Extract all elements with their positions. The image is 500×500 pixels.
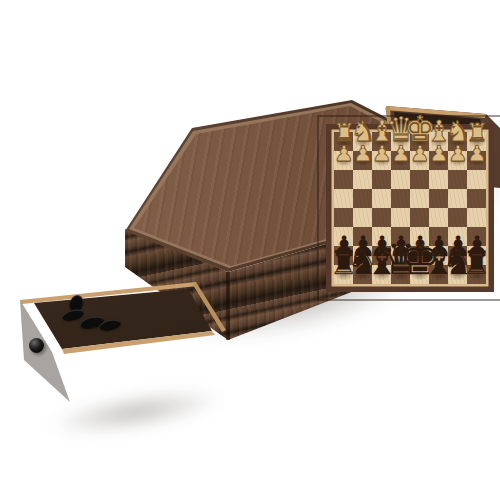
square-g3: [448, 170, 467, 189]
square-g5: [448, 208, 467, 227]
square-g2: ♟: [448, 151, 467, 170]
square-e4: [410, 189, 429, 208]
square-h3: [467, 170, 486, 189]
square-d5: [391, 208, 410, 227]
white-pawn: ♟: [391, 142, 410, 164]
square-h4: [467, 189, 486, 208]
square-h2: ♟: [467, 151, 486, 170]
white-pawn: ♟: [429, 142, 448, 164]
square-b3: [353, 170, 372, 189]
square-c2: ♟: [372, 151, 391, 170]
square-a4: [334, 189, 353, 208]
white-pawn: ♟: [334, 142, 353, 164]
square-e5: [410, 208, 429, 227]
square-f3: [429, 170, 448, 189]
square-b2: ♟: [353, 151, 372, 170]
square-f5: [429, 208, 448, 227]
white-pawn: ♟: [410, 142, 429, 164]
square-d2: ♟: [391, 151, 410, 170]
white-pawn: ♟: [372, 142, 391, 164]
square-e2: ♟: [410, 151, 429, 170]
chess-board-frame: ♜♞♝♛♚♝♞♜♟♟♟♟♟♟♟♟♟♟♟♟♟♟♟♟♜♞♝♛♚♝♞♜: [326, 124, 494, 292]
square-a5: [334, 208, 353, 227]
square-d4: [391, 189, 410, 208]
white-pawn: ♟: [448, 142, 467, 164]
white-pawn: ♟: [353, 142, 372, 164]
square-f4: [429, 189, 448, 208]
square-f2: ♟: [429, 151, 448, 170]
square-d3: [391, 170, 410, 189]
square-a3: [334, 170, 353, 189]
square-b5: [353, 208, 372, 227]
drawer-knob: [29, 338, 44, 353]
square-g4: [448, 189, 467, 208]
square-b4: [353, 189, 372, 208]
product-photo-chess-set: ♜♞♝♛♚♝♞♜♟♟♟♟♟♟♟♟♟♟♟♟♟♟♟♟♜♞♝♛♚♝♞♜: [0, 0, 500, 500]
white-pawn: ♟: [467, 142, 486, 164]
square-a2: ♟: [334, 151, 353, 170]
square-h5: [467, 208, 486, 227]
square-c3: [372, 170, 391, 189]
black-rook: ♜: [462, 247, 491, 279]
square-h8: ♜: [467, 265, 486, 284]
square-c5: [372, 208, 391, 227]
square-c4: [372, 189, 391, 208]
square-e3: [410, 170, 429, 189]
chess-board: ♜♞♝♛♚♝♞♜♟♟♟♟♟♟♟♟♟♟♟♟♟♟♟♟♜♞♝♛♚♝♞♜: [334, 132, 486, 284]
